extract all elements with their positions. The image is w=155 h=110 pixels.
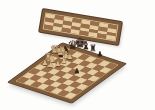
chess-set-product-photo: ♞♛♚♝♜♟♟♟♛♚♝♜♞♟♟♟♟♟ bbox=[0, 0, 155, 110]
square bbox=[106, 35, 115, 40]
open-board-face bbox=[8, 43, 125, 103]
open-board-squares bbox=[15, 47, 118, 100]
folded-board-squares bbox=[43, 12, 119, 41]
folded-board-half bbox=[39, 9, 122, 45]
